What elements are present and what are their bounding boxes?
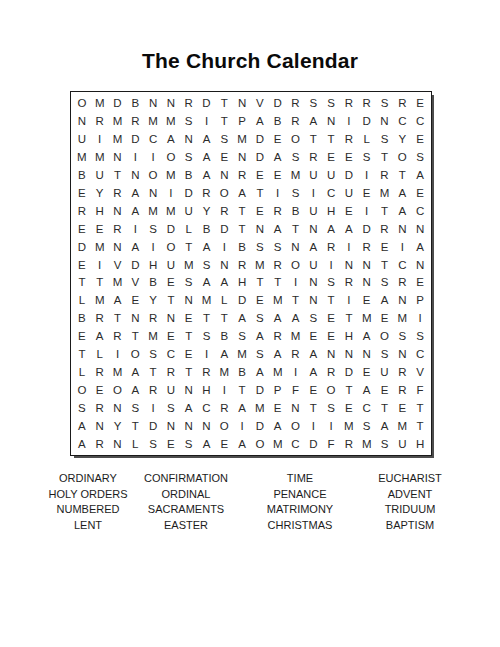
grid-cell[interactable]: E — [73, 256, 91, 274]
grid-cell[interactable]: M — [180, 256, 198, 274]
grid-cell[interactable]: I — [269, 184, 287, 202]
grid-cell[interactable]: N — [233, 148, 251, 166]
grid-cell[interactable]: F — [287, 381, 305, 399]
grid-cell[interactable]: E — [304, 381, 322, 399]
grid-cell[interactable]: M — [91, 238, 109, 256]
grid-cell[interactable]: U — [73, 130, 91, 148]
grid-cell[interactable]: U — [322, 166, 340, 184]
grid-cell[interactable]: A — [126, 363, 144, 381]
grid-cell[interactable]: E — [251, 291, 269, 309]
grid-cell[interactable]: S — [126, 399, 144, 417]
grid-cell[interactable]: I — [126, 148, 144, 166]
grid-cell[interactable]: T — [215, 309, 233, 327]
grid-cell[interactable]: V — [109, 256, 127, 274]
grid-cell[interactable]: C — [198, 399, 216, 417]
grid-cell[interactable]: E — [411, 274, 429, 292]
grid-cell[interactable]: R — [162, 363, 180, 381]
grid-cell[interactable]: E — [322, 148, 340, 166]
grid-cell[interactable]: S — [287, 148, 305, 166]
grid-cell[interactable]: I — [198, 345, 216, 363]
grid-cell[interactable]: Y — [91, 184, 109, 202]
grid-cell[interactable]: O — [287, 256, 305, 274]
grid-cell[interactable]: R — [287, 345, 305, 363]
grid-cell[interactable]: M — [144, 202, 162, 220]
grid-cell[interactable]: O — [109, 381, 127, 399]
grid-cell[interactable]: Y — [109, 417, 127, 435]
grid-cell[interactable]: D — [126, 256, 144, 274]
grid-cell[interactable]: T — [162, 291, 180, 309]
grid-cell[interactable]: D — [162, 220, 180, 238]
grid-cell[interactable]: E — [358, 291, 376, 309]
grid-cell[interactable]: S — [144, 345, 162, 363]
grid-cell[interactable]: A — [411, 166, 429, 184]
grid-cell[interactable]: S — [198, 256, 216, 274]
grid-cell[interactable]: A — [340, 220, 358, 238]
grid-cell[interactable]: A — [162, 130, 180, 148]
grid-cell[interactable]: B — [269, 112, 287, 130]
grid-cell[interactable]: R — [215, 399, 233, 417]
grid-cell[interactable]: C — [287, 435, 305, 453]
grid-cell[interactable]: D — [180, 184, 198, 202]
grid-cell[interactable]: D — [126, 130, 144, 148]
grid-cell[interactable]: A — [251, 112, 269, 130]
grid-cell[interactable]: A — [358, 381, 376, 399]
grid-cell[interactable]: R — [322, 363, 340, 381]
grid-cell[interactable]: S — [322, 274, 340, 292]
grid-cell[interactable]: E — [340, 202, 358, 220]
grid-cell[interactable]: N — [198, 417, 216, 435]
grid-cell[interactable]: S — [304, 309, 322, 327]
grid-cell[interactable]: N — [251, 220, 269, 238]
grid-cell[interactable]: O — [322, 381, 340, 399]
grid-cell[interactable]: A — [233, 435, 251, 453]
grid-cell[interactable]: O — [376, 327, 394, 345]
grid-cell[interactable]: R — [304, 148, 322, 166]
grid-cell[interactable]: N — [162, 94, 180, 112]
grid-cell[interactable]: N — [162, 309, 180, 327]
grid-cell[interactable]: T — [180, 327, 198, 345]
grid-cell[interactable]: V — [251, 94, 269, 112]
grid-cell[interactable]: S — [198, 327, 216, 345]
grid-cell[interactable]: N — [304, 291, 322, 309]
grid-cell[interactable]: A — [73, 435, 91, 453]
grid-cell[interactable]: A — [269, 345, 287, 363]
grid-cell[interactable]: O — [73, 94, 91, 112]
grid-cell[interactable]: P — [233, 112, 251, 130]
grid-cell[interactable]: U — [162, 256, 180, 274]
grid-cell[interactable]: E — [162, 435, 180, 453]
grid-cell[interactable]: Y — [144, 291, 162, 309]
grid-cell[interactable]: L — [126, 435, 144, 453]
grid-cell[interactable]: E — [180, 309, 198, 327]
grid-cell[interactable]: U — [162, 381, 180, 399]
grid-cell[interactable]: D — [73, 238, 91, 256]
grid-cell[interactable]: E — [251, 166, 269, 184]
grid-cell[interactable]: I — [340, 291, 358, 309]
grid-cell[interactable]: E — [376, 381, 394, 399]
grid-cell[interactable]: A — [198, 238, 216, 256]
grid-cell[interactable]: R — [340, 274, 358, 292]
grid-cell[interactable]: I — [162, 184, 180, 202]
grid-cell[interactable]: I — [358, 202, 376, 220]
grid-cell[interactable]: M — [162, 202, 180, 220]
grid-cell[interactable]: R — [91, 309, 109, 327]
grid-cell[interactable]: E — [162, 274, 180, 292]
grid-cell[interactable]: C — [358, 399, 376, 417]
grid-cell[interactable]: N — [73, 112, 91, 130]
grid-cell[interactable]: R — [269, 202, 287, 220]
grid-cell[interactable]: E — [215, 148, 233, 166]
grid-cell[interactable]: U — [304, 166, 322, 184]
grid-cell[interactable]: I — [411, 309, 429, 327]
grid-cell[interactable]: I — [198, 112, 216, 130]
grid-cell[interactable]: N — [126, 166, 144, 184]
grid-cell[interactable]: R — [233, 166, 251, 184]
grid-cell[interactable]: Y — [198, 202, 216, 220]
grid-cell[interactable]: R — [144, 381, 162, 399]
grid-cell[interactable]: T — [340, 309, 358, 327]
grid-cell[interactable]: D — [144, 417, 162, 435]
grid-cell[interactable]: M — [91, 94, 109, 112]
grid-cell[interactable]: N — [109, 238, 127, 256]
grid-cell[interactable]: I — [91, 130, 109, 148]
grid-cell[interactable]: R — [269, 256, 287, 274]
grid-cell[interactable]: E — [162, 327, 180, 345]
grid-cell[interactable]: S — [251, 309, 269, 327]
grid-cell[interactable]: F — [322, 435, 340, 453]
grid-cell[interactable]: C — [322, 184, 340, 202]
grid-cell[interactable]: T — [411, 399, 429, 417]
grid-cell[interactable]: N — [215, 166, 233, 184]
grid-cell[interactable]: T — [376, 256, 394, 274]
grid-cell[interactable]: M — [109, 274, 127, 292]
grid-cell[interactable]: T — [322, 130, 340, 148]
grid-cell[interactable]: R — [109, 220, 127, 238]
grid-cell[interactable]: O — [287, 130, 305, 148]
grid-cell[interactable]: N — [304, 274, 322, 292]
grid-cell[interactable]: S — [180, 435, 198, 453]
grid-cell[interactable]: C — [411, 345, 429, 363]
grid-cell[interactable]: M — [109, 112, 127, 130]
grid-cell[interactable]: R — [376, 166, 394, 184]
grid-cell[interactable]: S — [376, 94, 394, 112]
grid-cell[interactable]: U — [304, 256, 322, 274]
grid-cell[interactable]: O — [393, 148, 411, 166]
grid-cell[interactable]: M — [251, 256, 269, 274]
grid-cell[interactable]: M — [233, 345, 251, 363]
grid-cell[interactable]: L — [358, 130, 376, 148]
grid-cell[interactable]: I — [340, 238, 358, 256]
grid-cell[interactable]: L — [180, 220, 198, 238]
grid-cell[interactable]: B — [198, 220, 216, 238]
grid-cell[interactable]: L — [73, 363, 91, 381]
grid-cell[interactable]: F — [411, 381, 429, 399]
grid-cell[interactable]: M — [73, 148, 91, 166]
grid-cell[interactable]: T — [322, 291, 340, 309]
grid-cell[interactable]: M — [109, 130, 127, 148]
grid-cell[interactable]: I — [340, 112, 358, 130]
grid-cell[interactable]: S — [215, 130, 233, 148]
grid-cell[interactable]: M — [162, 112, 180, 130]
grid-cell[interactable]: C — [162, 345, 180, 363]
grid-cell[interactable]: I — [126, 220, 144, 238]
grid-cell[interactable]: O — [144, 166, 162, 184]
grid-cell[interactable]: I — [304, 184, 322, 202]
grid-cell[interactable]: M — [393, 309, 411, 327]
grid-cell[interactable]: A — [269, 417, 287, 435]
grid-cell[interactable]: A — [233, 309, 251, 327]
grid-cell[interactable]: A — [198, 274, 216, 292]
grid-cell[interactable]: T — [126, 417, 144, 435]
grid-cell[interactable]: S — [322, 94, 340, 112]
grid-cell[interactable]: R — [340, 435, 358, 453]
grid-cell[interactable]: N — [144, 184, 162, 202]
grid-cell[interactable]: B — [233, 238, 251, 256]
grid-cell[interactable]: I — [287, 274, 305, 292]
grid-cell[interactable]: S — [287, 184, 305, 202]
grid-cell[interactable]: A — [198, 130, 216, 148]
grid-cell[interactable]: S — [233, 327, 251, 345]
grid-cell[interactable]: T — [233, 220, 251, 238]
grid-cell[interactable]: B — [287, 202, 305, 220]
grid-cell[interactable]: M — [287, 327, 305, 345]
grid-cell[interactable]: S — [162, 399, 180, 417]
grid-cell[interactable]: U — [304, 202, 322, 220]
grid-cell[interactable]: E — [304, 327, 322, 345]
grid-cell[interactable]: A — [304, 112, 322, 130]
grid-cell[interactable]: S — [180, 148, 198, 166]
grid-cell[interactable]: R — [144, 309, 162, 327]
grid-cell[interactable]: R — [198, 363, 216, 381]
grid-cell[interactable]: S — [376, 274, 394, 292]
grid-cell[interactable]: U — [91, 166, 109, 184]
grid-cell[interactable]: T — [287, 220, 305, 238]
grid-cell[interactable]: S — [180, 112, 198, 130]
grid-cell[interactable]: N — [215, 256, 233, 274]
grid-cell[interactable]: E — [340, 148, 358, 166]
grid-cell[interactable]: T — [376, 148, 394, 166]
grid-cell[interactable]: E — [269, 166, 287, 184]
grid-cell[interactable]: N — [411, 220, 429, 238]
grid-cell[interactable]: E — [322, 309, 340, 327]
grid-cell[interactable]: E — [269, 399, 287, 417]
grid-cell[interactable]: I — [358, 166, 376, 184]
grid-cell[interactable]: D — [269, 94, 287, 112]
grid-cell[interactable]: O — [215, 417, 233, 435]
grid-cell[interactable]: D — [251, 381, 269, 399]
grid-cell[interactable]: B — [126, 94, 144, 112]
grid-cell[interactable]: N — [109, 399, 127, 417]
grid-cell[interactable]: D — [340, 166, 358, 184]
grid-cell[interactable]: N — [322, 112, 340, 130]
grid-cell[interactable]: T — [144, 363, 162, 381]
grid-cell[interactable]: R — [322, 238, 340, 256]
grid-cell[interactable]: N — [393, 345, 411, 363]
grid-cell[interactable]: E — [393, 399, 411, 417]
grid-cell[interactable]: N — [287, 399, 305, 417]
grid-cell[interactable]: S — [73, 399, 91, 417]
grid-cell[interactable]: S — [180, 274, 198, 292]
grid-cell[interactable]: S — [376, 435, 394, 453]
grid-cell[interactable]: A — [251, 327, 269, 345]
grid-cell[interactable]: M — [144, 327, 162, 345]
grid-cell[interactable]: R — [287, 112, 305, 130]
grid-cell[interactable]: E — [411, 130, 429, 148]
grid-cell[interactable]: T — [73, 345, 91, 363]
grid-cell[interactable]: M — [269, 435, 287, 453]
grid-cell[interactable]: S — [358, 417, 376, 435]
grid-cell[interactable]: N — [376, 112, 394, 130]
grid-cell[interactable]: R — [393, 381, 411, 399]
grid-cell[interactable]: R — [215, 202, 233, 220]
grid-cell[interactable]: N — [340, 345, 358, 363]
grid-cell[interactable]: M — [215, 363, 233, 381]
grid-cell[interactable]: N — [304, 220, 322, 238]
grid-cell[interactable]: I — [144, 238, 162, 256]
grid-cell[interactable]: D — [251, 130, 269, 148]
grid-cell[interactable]: A — [269, 309, 287, 327]
grid-cell[interactable]: R — [198, 184, 216, 202]
grid-cell[interactable]: D — [340, 363, 358, 381]
grid-cell[interactable]: S — [269, 238, 287, 256]
grid-cell[interactable]: D — [304, 435, 322, 453]
grid-cell[interactable]: U — [376, 363, 394, 381]
grid-cell[interactable]: D — [251, 417, 269, 435]
grid-cell[interactable]: M — [358, 435, 376, 453]
grid-cell[interactable]: N — [180, 381, 198, 399]
grid-cell[interactable]: T — [109, 166, 127, 184]
grid-cell[interactable]: S — [251, 345, 269, 363]
grid-cell[interactable]: N — [340, 256, 358, 274]
grid-cell[interactable]: M — [91, 148, 109, 166]
grid-cell[interactable]: N — [126, 309, 144, 327]
grid-cell[interactable]: D — [198, 94, 216, 112]
grid-cell[interactable]: I — [109, 345, 127, 363]
grid-cell[interactable]: R — [393, 363, 411, 381]
grid-cell[interactable]: C — [393, 256, 411, 274]
grid-cell[interactable]: N — [393, 291, 411, 309]
grid-cell[interactable]: H — [91, 202, 109, 220]
grid-cell[interactable]: A — [126, 184, 144, 202]
grid-cell[interactable]: A — [304, 345, 322, 363]
grid-cell[interactable]: E — [73, 184, 91, 202]
grid-cell[interactable]: A — [376, 291, 394, 309]
grid-cell[interactable]: A — [198, 166, 216, 184]
grid-cell[interactable]: M — [109, 363, 127, 381]
grid-cell[interactable]: A — [91, 327, 109, 345]
grid-cell[interactable]: A — [376, 417, 394, 435]
grid-cell[interactable]: O — [162, 148, 180, 166]
grid-cell[interactable]: A — [233, 184, 251, 202]
grid-cell[interactable]: T — [376, 202, 394, 220]
grid-cell[interactable]: M — [340, 417, 358, 435]
grid-cell[interactable]: E — [411, 94, 429, 112]
grid-cell[interactable]: E — [376, 309, 394, 327]
grid-cell[interactable]: A — [304, 363, 322, 381]
grid-cell[interactable]: O — [126, 345, 144, 363]
grid-cell[interactable]: N — [358, 274, 376, 292]
grid-cell[interactable]: T — [304, 399, 322, 417]
grid-cell[interactable]: R — [180, 94, 198, 112]
grid-cell[interactable]: O — [162, 238, 180, 256]
grid-cell[interactable]: N — [358, 256, 376, 274]
grid-cell[interactable]: T — [180, 363, 198, 381]
grid-cell[interactable]: C — [411, 112, 429, 130]
grid-cell[interactable]: S — [376, 345, 394, 363]
grid-cell[interactable]: R — [393, 94, 411, 112]
grid-cell[interactable]: A — [126, 381, 144, 399]
grid-cell[interactable]: I — [144, 399, 162, 417]
grid-cell[interactable]: C — [411, 202, 429, 220]
grid-cell[interactable]: T — [215, 94, 233, 112]
grid-cell[interactable]: R — [358, 238, 376, 256]
grid-cell[interactable]: A — [287, 309, 305, 327]
grid-cell[interactable]: E — [215, 435, 233, 453]
grid-cell[interactable]: U — [393, 435, 411, 453]
grid-cell[interactable]: T — [376, 399, 394, 417]
grid-cell[interactable]: Y — [393, 130, 411, 148]
grid-cell[interactable]: I — [233, 417, 251, 435]
grid-cell[interactable]: P — [411, 291, 429, 309]
grid-cell[interactable]: B — [233, 363, 251, 381]
grid-cell[interactable]: I — [215, 381, 233, 399]
grid-cell[interactable]: B — [73, 309, 91, 327]
grid-cell[interactable]: R — [91, 399, 109, 417]
grid-cell[interactable]: L — [215, 291, 233, 309]
grid-cell[interactable]: T — [304, 130, 322, 148]
grid-cell[interactable]: E — [340, 399, 358, 417]
grid-cell[interactable]: D — [358, 112, 376, 130]
grid-cell[interactable]: E — [73, 327, 91, 345]
grid-cell[interactable]: R — [73, 202, 91, 220]
grid-cell[interactable]: S — [393, 327, 411, 345]
grid-cell[interactable]: B — [215, 327, 233, 345]
grid-cell[interactable]: A — [269, 148, 287, 166]
grid-cell[interactable]: R — [340, 130, 358, 148]
grid-cell[interactable]: A — [126, 202, 144, 220]
grid-cell[interactable]: H — [144, 256, 162, 274]
grid-cell[interactable]: M — [376, 184, 394, 202]
grid-cell[interactable]: I — [287, 363, 305, 381]
grid-cell[interactable]: I — [144, 148, 162, 166]
grid-cell[interactable]: T — [73, 274, 91, 292]
grid-cell[interactable]: D — [109, 94, 127, 112]
grid-cell[interactable]: M — [233, 130, 251, 148]
grid-cell[interactable]: E — [73, 220, 91, 238]
grid-cell[interactable]: T — [411, 417, 429, 435]
grid-cell[interactable]: T — [233, 381, 251, 399]
grid-cell[interactable]: I — [91, 256, 109, 274]
grid-cell[interactable]: S — [322, 399, 340, 417]
grid-cell[interactable]: S — [251, 238, 269, 256]
grid-cell[interactable]: A — [358, 327, 376, 345]
grid-cell[interactable]: R — [109, 184, 127, 202]
grid-cell[interactable]: C — [393, 112, 411, 130]
grid-cell[interactable]: S — [358, 148, 376, 166]
grid-cell[interactable]: N — [109, 148, 127, 166]
grid-cell[interactable]: N — [411, 256, 429, 274]
grid-cell[interactable]: N — [180, 417, 198, 435]
grid-cell[interactable]: A — [215, 345, 233, 363]
grid-cell[interactable]: M — [144, 112, 162, 130]
grid-cell[interactable]: N — [287, 238, 305, 256]
grid-cell[interactable]: B — [144, 274, 162, 292]
grid-cell[interactable]: N — [91, 417, 109, 435]
grid-cell[interactable]: A — [215, 274, 233, 292]
grid-cell[interactable]: M — [91, 291, 109, 309]
grid-cell[interactable]: N — [358, 345, 376, 363]
grid-cell[interactable]: N — [144, 94, 162, 112]
